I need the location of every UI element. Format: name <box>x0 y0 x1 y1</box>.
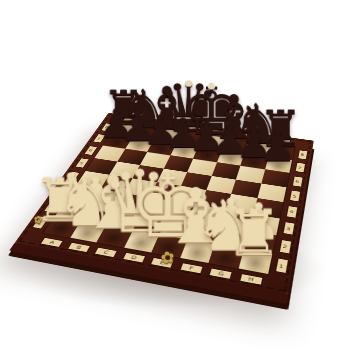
rank-label-2: 2 <box>279 240 290 253</box>
square-d3[interactable] <box>141 197 174 217</box>
square-g5[interactable] <box>231 179 261 198</box>
rank-label-8: 8 <box>101 123 112 131</box>
file-label-c: C <box>95 247 117 256</box>
file-label-d: D <box>187 126 203 131</box>
square-h3[interactable] <box>248 214 280 236</box>
rank-label-1: 1 <box>275 259 287 273</box>
file-label-b: B <box>68 242 90 251</box>
file-label-e: E <box>208 129 224 135</box>
square-h6[interactable] <box>261 169 289 187</box>
file-label-g: G <box>210 268 232 278</box>
file-label-f: F <box>180 263 202 273</box>
file-label-g: G <box>253 135 269 141</box>
file-label-d: D <box>123 252 145 262</box>
square-h4[interactable] <box>253 198 283 218</box>
square-h1[interactable]: ♜ <box>238 249 272 274</box>
square-f4[interactable] <box>200 190 231 210</box>
file-label-a: A <box>123 118 139 123</box>
rank-label-3: 3 <box>283 222 294 234</box>
square-g8[interactable]: ♞ <box>245 141 272 156</box>
file-label-h: H <box>240 274 262 284</box>
photo-scene: ♜♞♝♛♚♝♞♜♟♟♟♟♟♟♟♟♟♟♟♟♟♟♟♟♜♞♝♛♚♝♞♜ ABCDEFG… <box>0 0 352 352</box>
rank-label-4: 4 <box>286 206 296 217</box>
rank-label-5: 5 <box>75 158 88 167</box>
rank-label-7: 7 <box>93 134 105 142</box>
rank-label-2: 2 <box>44 201 59 212</box>
rank-label-6: 6 <box>84 146 96 155</box>
file-label-f: F <box>231 132 247 138</box>
rank-label-8: 8 <box>298 150 307 159</box>
file-label-b: B <box>144 120 160 125</box>
rank-label-5: 5 <box>290 191 300 202</box>
rank-label-4: 4 <box>66 172 79 182</box>
file-label-h: H <box>276 138 293 144</box>
rank-label-7: 7 <box>295 163 304 172</box>
square-g6[interactable] <box>236 166 265 183</box>
rank-label-3: 3 <box>55 186 69 196</box>
rank-label-6: 6 <box>292 176 302 186</box>
file-label-a: A <box>41 237 63 246</box>
file-label-c: C <box>165 123 181 128</box>
piece-black-rook: ♜ <box>81 85 166 133</box>
product-photo-canvas: ♜♞♝♛♚♝♞♜♟♟♟♟♟♟♟♟♟♟♟♟♟♟♟♟♜♞♝♛♚♝♞♜ ABCDEFG… <box>0 0 352 352</box>
